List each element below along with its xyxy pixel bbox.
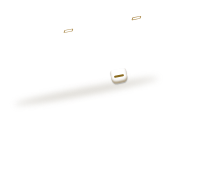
product-photo [0, 0, 200, 173]
